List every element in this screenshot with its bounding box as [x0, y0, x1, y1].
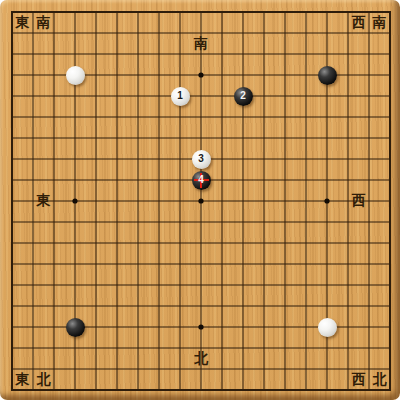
move-number: 2	[240, 91, 246, 101]
move-stone-3[interactable]: 3	[192, 150, 211, 169]
move-number: 3	[198, 154, 204, 164]
move-number: 4	[198, 175, 204, 185]
setup-stone-white[interactable]	[318, 318, 337, 337]
setup-stone-black[interactable]	[66, 318, 85, 337]
move-number: 1	[177, 91, 183, 101]
move-stone-2[interactable]: 2	[234, 87, 253, 106]
go-board[interactable]: 1234 東南西南南東西北東北西北	[0, 0, 400, 400]
move-stone-1[interactable]: 1	[171, 87, 190, 106]
setup-stone-black[interactable]	[318, 66, 337, 85]
stones-grid: 1234	[2, 2, 400, 400]
move-stone-4[interactable]: 4	[192, 171, 211, 190]
setup-stone-white[interactable]	[66, 66, 85, 85]
